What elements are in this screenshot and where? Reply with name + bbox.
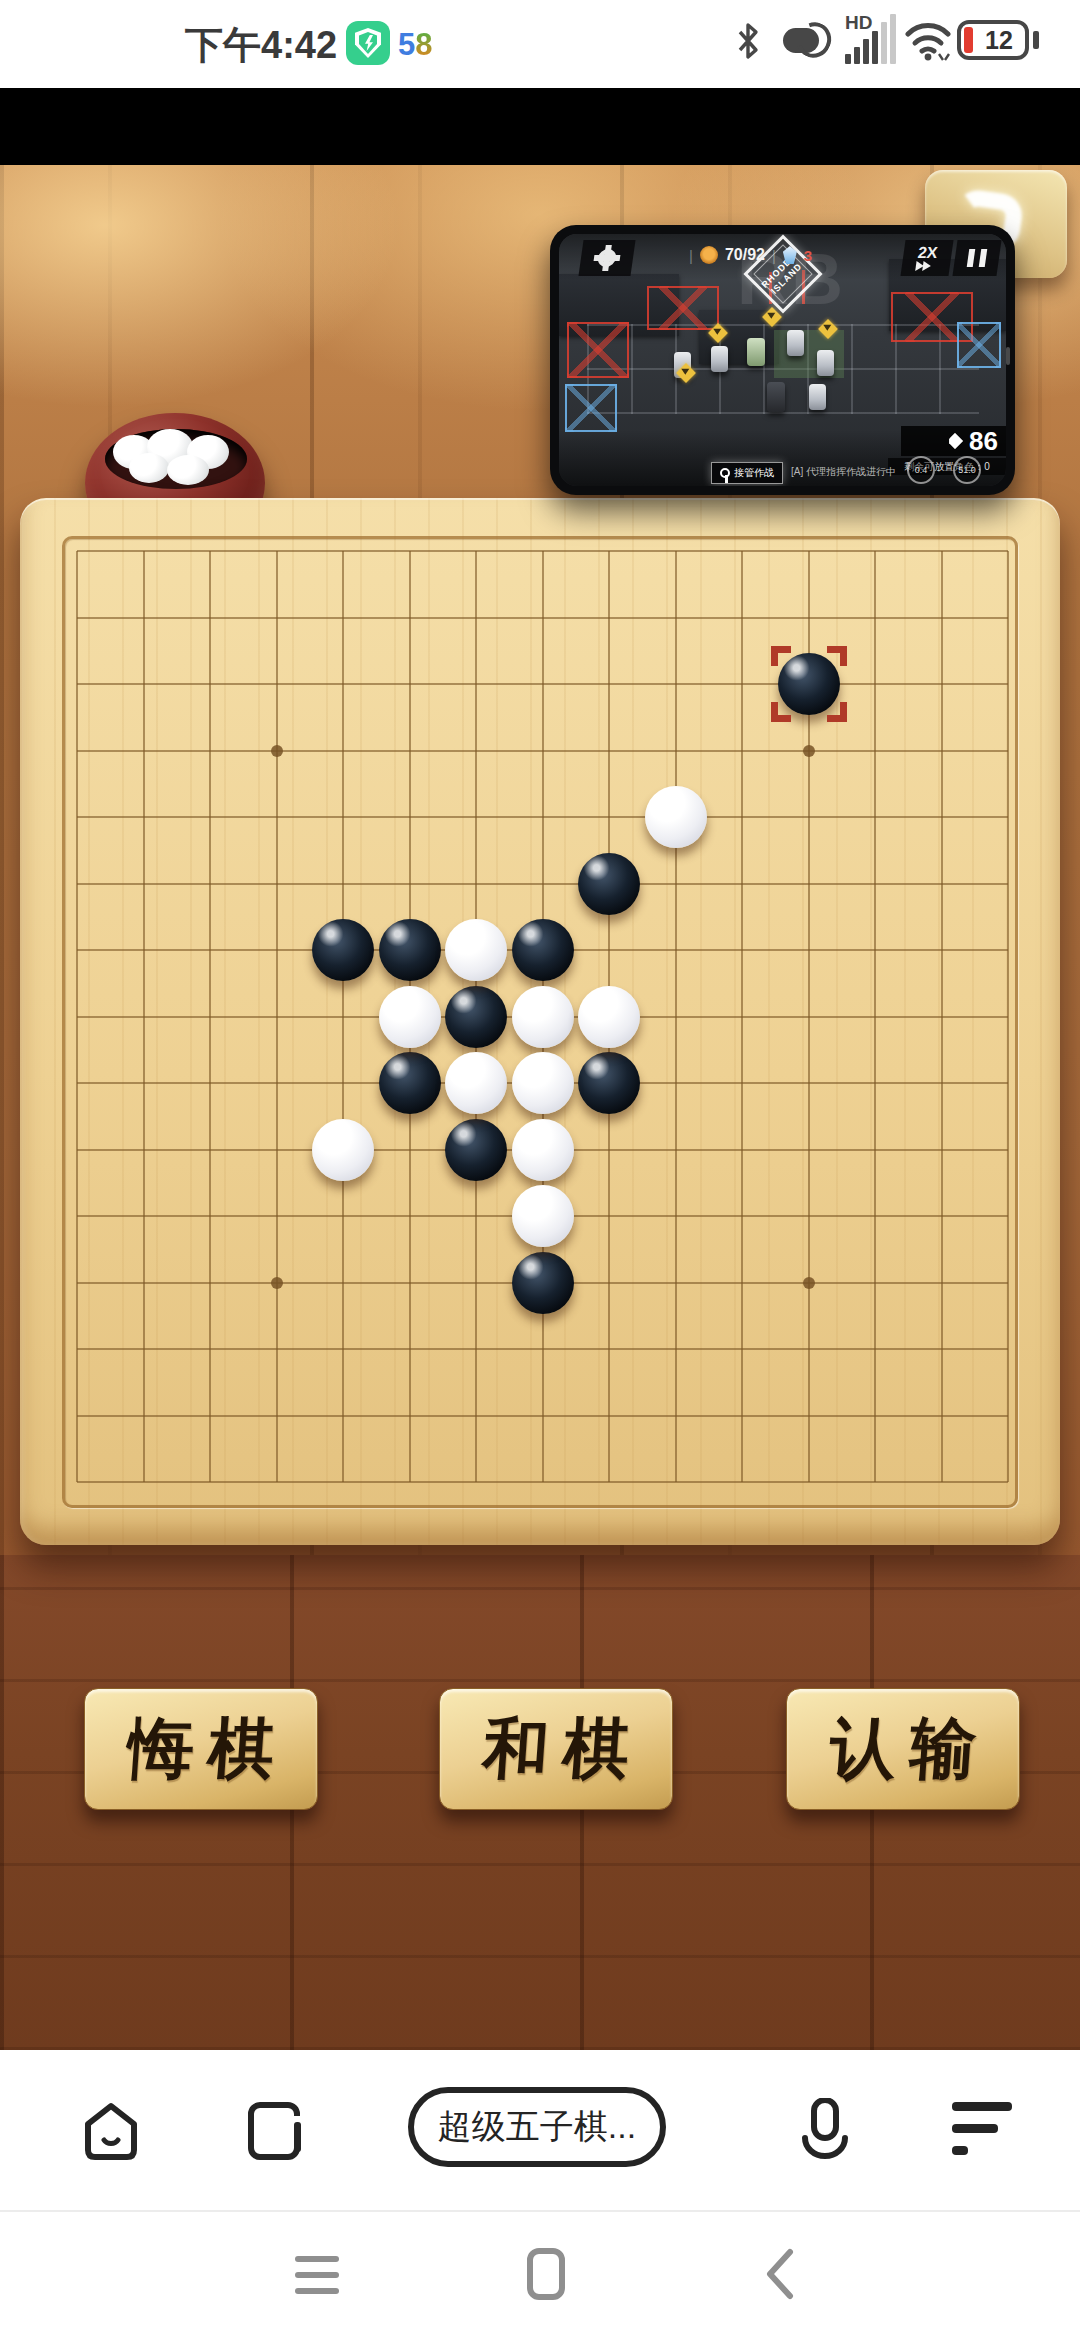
phone-screen: 下午4:42 58 HD	[0, 0, 1080, 2340]
pip-settings-button[interactable]	[578, 240, 635, 276]
home-nav-icon[interactable]	[527, 2248, 565, 2300]
pip-screen: RB RHODES ISLAND | 70/92 | 3	[559, 234, 1006, 486]
clock-time: 下午4:42	[185, 20, 337, 71]
draw-label: 和棋	[466, 1704, 646, 1794]
fast-forward-icon	[915, 261, 936, 271]
white-stone	[578, 986, 640, 1048]
home-icon[interactable]	[80, 2100, 142, 2162]
wifi-icon	[905, 18, 951, 62]
pip-operator	[767, 382, 785, 412]
undo-label: 悔棋	[111, 1704, 291, 1794]
grid-line	[77, 1415, 1008, 1417]
enemy-counter-icon	[700, 246, 718, 264]
pip-red-fence	[567, 322, 629, 378]
pip-blue-box	[957, 322, 1001, 368]
tabs-icon[interactable]	[248, 2102, 306, 2160]
white-stone	[312, 1119, 374, 1181]
takeover-button[interactable]: 接管作战	[711, 462, 783, 484]
resign-label: 认输	[813, 1704, 993, 1794]
letterbox-band	[0, 88, 1080, 165]
pip-operator	[747, 338, 765, 366]
last-move-marker	[771, 646, 847, 722]
star-point	[803, 1277, 815, 1289]
grid-line	[77, 1348, 1008, 1350]
pip-red-fence	[647, 286, 719, 330]
deploy-hint: 剩余可放置角色：0	[888, 458, 1006, 475]
battery-icon: 12	[957, 20, 1029, 60]
white-stone	[445, 919, 507, 981]
recents-menu-icon[interactable]	[295, 2256, 339, 2304]
grid-line	[941, 551, 943, 1482]
life-point-icon	[783, 246, 797, 264]
black-stone	[379, 1052, 441, 1114]
game-scene: 悔棋 和棋 认输	[0, 165, 1080, 2050]
board-grid[interactable]	[77, 551, 1008, 1482]
tap-hand-icon	[720, 468, 730, 478]
white-stone	[379, 986, 441, 1048]
cost-display: 86	[901, 426, 1006, 456]
black-stone	[312, 919, 374, 981]
battery-percent: 12	[975, 26, 1023, 55]
white-stone	[512, 1119, 574, 1181]
auto-battle-label: [A] 代理指挥作战进行中	[791, 465, 896, 479]
star-point	[271, 1277, 283, 1289]
cost-value: 86	[969, 428, 998, 454]
black-stone	[578, 1052, 640, 1114]
pause-icon	[967, 249, 988, 267]
pip-operator	[817, 350, 834, 376]
star-point	[271, 745, 283, 757]
resign-button[interactable]: 认输	[786, 1688, 1020, 1810]
black-stone	[379, 919, 441, 981]
browser-toolbar: 超级五子棋...	[0, 2050, 1080, 2210]
white-stone	[512, 1185, 574, 1247]
undo-button[interactable]: 悔棋	[84, 1688, 318, 1810]
58-app-badge: 58	[398, 27, 433, 63]
gear-icon	[597, 249, 618, 267]
pip-operator	[787, 330, 804, 356]
cell-signal-icon: HD	[845, 12, 895, 64]
skill-gauge-right: 51.0	[953, 456, 981, 484]
security-app-icon	[346, 21, 390, 65]
black-stone	[578, 853, 640, 915]
pip-blue-box	[565, 384, 617, 432]
bluetooth-icon	[736, 22, 762, 60]
black-stone	[445, 986, 507, 1048]
white-stone	[512, 986, 574, 1048]
search-pill[interactable]: 超级五子棋...	[408, 2087, 666, 2167]
enemy-counter: 70/92	[725, 246, 765, 264]
skill-gauge-left: 0.4	[907, 456, 935, 484]
back-chevron-icon[interactable]	[762, 2246, 796, 2302]
grid-line	[741, 551, 743, 1482]
pip-speed-button[interactable]: 2X	[900, 240, 953, 276]
black-stone	[512, 919, 574, 981]
battery-low-fill	[964, 27, 973, 53]
browser-menu-icon[interactable]	[952, 2102, 1014, 2168]
star-point	[803, 745, 815, 757]
draw-button[interactable]: 和棋	[439, 1688, 673, 1810]
cost-gem-icon	[947, 433, 964, 450]
pip-game-window[interactable]: RB RHODES ISLAND | 70/92 | 3	[550, 225, 1015, 495]
search-text: 超级五子棋...	[438, 2104, 636, 2150]
grid-line	[874, 551, 876, 1482]
life-count: 3	[804, 247, 812, 264]
white-stone	[512, 1052, 574, 1114]
black-stone	[445, 1119, 507, 1181]
white-stone	[645, 786, 707, 848]
pip-pause-button[interactable]	[952, 240, 1001, 276]
grid-line	[675, 551, 677, 1482]
grid-line	[77, 1481, 1008, 1483]
grid-line	[1007, 551, 1009, 1482]
status-bar: 下午4:42 58 HD	[0, 0, 1080, 88]
pip-operator	[809, 384, 826, 410]
earbuds-icon	[781, 22, 833, 60]
white-stone	[445, 1052, 507, 1114]
microphone-icon[interactable]	[798, 2098, 852, 2164]
pip-hud-counters: | 70/92 | 3	[689, 246, 812, 264]
pip-operator	[711, 346, 728, 372]
gomoku-board[interactable]	[20, 498, 1060, 1545]
android-nav-bar	[0, 2212, 1080, 2340]
black-stone	[512, 1252, 574, 1314]
